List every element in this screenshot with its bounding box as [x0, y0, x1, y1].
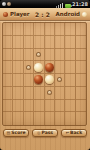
- cell-h1[interactable]: [76, 23, 86, 36]
- cell-e1[interactable]: [45, 23, 55, 36]
- cell-b5[interactable]: [13, 74, 23, 87]
- pass-button-label: Pass: [41, 131, 53, 136]
- cell-f8[interactable]: [55, 112, 65, 125]
- cell-a3[interactable]: [3, 49, 13, 62]
- cell-e8[interactable]: [45, 112, 55, 125]
- notification-icon-1: [2, 2, 6, 6]
- cell-h5[interactable]: [76, 74, 86, 87]
- opponent-side: Android: [56, 11, 87, 17]
- cell-c7[interactable]: [24, 100, 34, 113]
- cell-g8[interactable]: [65, 112, 75, 125]
- cell-g5[interactable]: [65, 74, 75, 87]
- cell-g6[interactable]: [65, 87, 75, 100]
- cell-f3[interactable]: [55, 49, 65, 62]
- cell-a6[interactable]: [3, 87, 13, 100]
- status-time: 21:28: [72, 0, 88, 8]
- cell-a4[interactable]: [3, 61, 13, 74]
- cell-c4[interactable]: [24, 61, 34, 74]
- cell-f7[interactable]: [55, 100, 65, 113]
- status-bar-notifications: [2, 2, 11, 6]
- reversi-board: [2, 22, 87, 126]
- phone-screen: 21:28 Player 2 : 2 Android ▤ Score ◎ Pas…: [0, 0, 90, 150]
- cell-d2[interactable]: [34, 36, 44, 49]
- player-disc-icon: [3, 12, 8, 17]
- cell-a1[interactable]: [3, 23, 13, 36]
- cell-d5[interactable]: [34, 74, 44, 87]
- cell-a8[interactable]: [3, 112, 13, 125]
- cream-disc: [45, 75, 54, 84]
- status-bar-indicators: 21:28: [56, 0, 88, 8]
- cell-e5[interactable]: [45, 74, 55, 87]
- pass-button[interactable]: ◎ Pass: [32, 129, 58, 137]
- opponent-disc-icon: [82, 12, 87, 17]
- pass-icon: ◎: [37, 131, 41, 135]
- back-button-label: Back: [70, 131, 82, 136]
- cell-b6[interactable]: [13, 87, 23, 100]
- cell-b1[interactable]: [13, 23, 23, 36]
- cell-a2[interactable]: [3, 36, 13, 49]
- cell-h3[interactable]: [76, 49, 86, 62]
- player-side: Player: [3, 11, 30, 17]
- cell-e3[interactable]: [45, 49, 55, 62]
- cell-h6[interactable]: [76, 87, 86, 100]
- legal-move-hint[interactable]: [26, 65, 31, 70]
- cell-f2[interactable]: [55, 36, 65, 49]
- cell-g7[interactable]: [65, 100, 75, 113]
- cell-e6[interactable]: [45, 87, 55, 100]
- cell-b8[interactable]: [13, 112, 23, 125]
- score-button-label: Score: [11, 131, 25, 136]
- dark-disc: [45, 63, 54, 72]
- cell-g4[interactable]: [65, 61, 75, 74]
- cell-e7[interactable]: [45, 100, 55, 113]
- cell-d4[interactable]: [34, 61, 44, 74]
- cell-c3[interactable]: [24, 49, 34, 62]
- game-area: Player 2 : 2 Android ▤ Score ◎ Pass ↩ Ba…: [0, 8, 90, 150]
- cell-g2[interactable]: [65, 36, 75, 49]
- cell-e4[interactable]: [45, 61, 55, 74]
- player-name: Player: [10, 11, 30, 17]
- cell-e2[interactable]: [45, 36, 55, 49]
- cell-h8[interactable]: [76, 112, 86, 125]
- cell-a5[interactable]: [3, 74, 13, 87]
- cell-b4[interactable]: [13, 61, 23, 74]
- notification-icon-2: [7, 2, 11, 6]
- cell-b3[interactable]: [13, 49, 23, 62]
- score-button[interactable]: ▤ Score: [3, 129, 29, 137]
- cell-h7[interactable]: [76, 100, 86, 113]
- cell-b7[interactable]: [13, 100, 23, 113]
- cell-g3[interactable]: [65, 49, 75, 62]
- legal-move-hint[interactable]: [36, 52, 41, 57]
- cell-f4[interactable]: [55, 61, 65, 74]
- legal-move-hint[interactable]: [57, 77, 62, 82]
- back-button[interactable]: ↩ Back: [61, 129, 87, 137]
- cell-c1[interactable]: [24, 23, 34, 36]
- score-header: Player 2 : 2 Android: [0, 8, 90, 21]
- cell-c6[interactable]: [24, 87, 34, 100]
- cell-h2[interactable]: [76, 36, 86, 49]
- cell-d8[interactable]: [34, 112, 44, 125]
- cell-c2[interactable]: [24, 36, 34, 49]
- button-bar: ▤ Score ◎ Pass ↩ Back: [3, 129, 87, 137]
- back-icon: ↩: [66, 131, 69, 135]
- cell-f6[interactable]: [55, 87, 65, 100]
- cell-d1[interactable]: [34, 23, 44, 36]
- cell-f1[interactable]: [55, 23, 65, 36]
- cell-b2[interactable]: [13, 36, 23, 49]
- cell-c8[interactable]: [24, 112, 34, 125]
- score-display: 2 : 2: [35, 11, 50, 18]
- cream-disc: [34, 63, 43, 72]
- legal-move-hint[interactable]: [47, 90, 52, 95]
- score-icon: ▤: [6, 131, 10, 135]
- opponent-name: Android: [56, 11, 80, 17]
- cell-h4[interactable]: [76, 61, 86, 74]
- cell-f5[interactable]: [55, 74, 65, 87]
- status-bar: 21:28: [0, 0, 90, 8]
- cell-d7[interactable]: [34, 100, 44, 113]
- cell-c5[interactable]: [24, 74, 34, 87]
- cell-a7[interactable]: [3, 100, 13, 113]
- dark-disc: [34, 75, 43, 84]
- cell-g1[interactable]: [65, 23, 75, 36]
- cell-d3[interactable]: [34, 49, 44, 62]
- cell-d6[interactable]: [34, 87, 44, 100]
